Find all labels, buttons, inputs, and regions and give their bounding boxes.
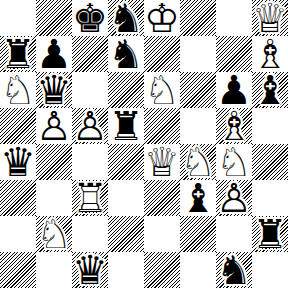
square-e1[interactable] xyxy=(144,252,180,288)
square-g8[interactable] xyxy=(216,0,252,36)
square-h6[interactable]: ♝♝ xyxy=(252,72,288,108)
square-d1[interactable] xyxy=(108,252,144,288)
piece-glyph: ♚ xyxy=(72,0,108,36)
square-d2[interactable] xyxy=(108,216,144,252)
piece-black-knight[interactable]: ♞♞ xyxy=(216,252,252,288)
square-f7[interactable] xyxy=(180,36,216,72)
piece-glyph: ♝ xyxy=(252,72,288,108)
square-h4[interactable] xyxy=(252,144,288,180)
square-e2[interactable] xyxy=(144,216,180,252)
square-a4[interactable]: ♛♛ xyxy=(0,144,36,180)
piece-white-knight[interactable]: ♞♘ xyxy=(144,72,180,108)
piece-glyph: ♔ xyxy=(144,0,180,36)
piece-black-rook[interactable]: ♜♜ xyxy=(108,108,144,144)
piece-white-knight[interactable]: ♞♘ xyxy=(0,72,36,108)
square-g3[interactable]: ♟♙ xyxy=(216,180,252,216)
square-c1[interactable]: ♛♛ xyxy=(72,252,108,288)
piece-white-king[interactable]: ♚♔ xyxy=(144,0,180,36)
square-f6[interactable] xyxy=(180,72,216,108)
square-e3[interactable] xyxy=(144,180,180,216)
piece-black-knight[interactable]: ♞♞ xyxy=(108,36,144,72)
piece-white-pawn[interactable]: ♟♙ xyxy=(72,108,108,144)
square-f1[interactable] xyxy=(180,252,216,288)
square-h5[interactable] xyxy=(252,108,288,144)
piece-black-queen[interactable]: ♛♛ xyxy=(72,252,108,288)
piece-black-queen[interactable]: ♛♛ xyxy=(0,144,36,180)
square-a1[interactable] xyxy=(0,252,36,288)
piece-glyph: ♘ xyxy=(36,216,72,252)
square-h2[interactable]: ♜♜ xyxy=(252,216,288,252)
piece-glyph: ♛ xyxy=(0,144,36,180)
square-h1[interactable] xyxy=(252,252,288,288)
piece-glyph: ♙ xyxy=(36,108,72,144)
piece-black-bishop[interactable]: ♝♝ xyxy=(252,72,288,108)
square-d5[interactable]: ♜♜ xyxy=(108,108,144,144)
piece-glyph: ♞ xyxy=(108,36,144,72)
square-a2[interactable] xyxy=(0,216,36,252)
piece-glyph: ♜ xyxy=(108,108,144,144)
piece-glyph: ♘ xyxy=(0,72,36,108)
piece-white-pawn[interactable]: ♟♙ xyxy=(216,180,252,216)
square-a6[interactable]: ♞♘ xyxy=(0,72,36,108)
chess-board: ♚♚♞♞♚♔♛♕♜♜♟♟♞♞♝♗♞♘♛♛♞♘♟♟♝♝♟♙♟♙♜♜♝♗♛♛♛♕♞♘… xyxy=(0,0,288,288)
square-f2[interactable] xyxy=(180,216,216,252)
piece-glyph: ♛ xyxy=(72,252,108,288)
piece-white-rook[interactable]: ♜♖ xyxy=(72,180,108,216)
piece-glyph: ♝ xyxy=(180,180,216,216)
square-f3[interactable]: ♝♝ xyxy=(180,180,216,216)
piece-glyph: ♖ xyxy=(72,180,108,216)
square-b1[interactable] xyxy=(36,252,72,288)
piece-glyph: ♞ xyxy=(216,252,252,288)
square-d3[interactable] xyxy=(108,180,144,216)
square-d4[interactable] xyxy=(108,144,144,180)
square-c7[interactable] xyxy=(72,36,108,72)
piece-glyph: ♙ xyxy=(216,180,252,216)
square-g1[interactable]: ♞♞ xyxy=(216,252,252,288)
piece-white-queen[interactable]: ♛♕ xyxy=(144,144,180,180)
piece-black-rook[interactable]: ♜♜ xyxy=(252,216,288,252)
piece-black-bishop[interactable]: ♝♝ xyxy=(180,180,216,216)
square-b5[interactable]: ♟♙ xyxy=(36,108,72,144)
square-e4[interactable]: ♛♕ xyxy=(144,144,180,180)
piece-glyph: ♜ xyxy=(252,216,288,252)
square-d7[interactable]: ♞♞ xyxy=(108,36,144,72)
square-e8[interactable]: ♚♔ xyxy=(144,0,180,36)
piece-glyph: ♕ xyxy=(144,144,180,180)
square-f8[interactable] xyxy=(180,0,216,36)
square-e6[interactable]: ♞♘ xyxy=(144,72,180,108)
piece-white-pawn[interactable]: ♟♙ xyxy=(36,108,72,144)
piece-glyph: ♙ xyxy=(72,108,108,144)
piece-glyph: ♘ xyxy=(144,72,180,108)
square-c8[interactable]: ♚♚ xyxy=(72,0,108,36)
square-b2[interactable]: ♞♘ xyxy=(36,216,72,252)
square-b4[interactable] xyxy=(36,144,72,180)
piece-black-king[interactable]: ♚♚ xyxy=(72,0,108,36)
square-a3[interactable] xyxy=(0,180,36,216)
square-c3[interactable]: ♜♖ xyxy=(72,180,108,216)
piece-white-knight[interactable]: ♞♘ xyxy=(36,216,72,252)
square-c5[interactable]: ♟♙ xyxy=(72,108,108,144)
